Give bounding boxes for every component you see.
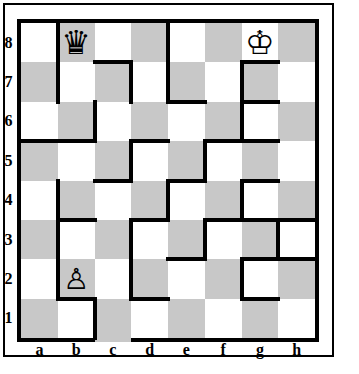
file-label-c: c <box>95 343 132 356</box>
maze-wall <box>93 297 97 340</box>
file-label-e: e <box>168 343 205 356</box>
rank-label-4: 4 <box>1 181 16 220</box>
maze-wall <box>166 100 207 104</box>
maze-wall <box>93 100 97 143</box>
maze-wall <box>240 60 244 103</box>
file-label-b: b <box>58 343 95 356</box>
maze-wall <box>56 179 60 222</box>
file-label-g: g <box>242 343 279 356</box>
maze-wall <box>240 100 244 143</box>
maze-wall <box>166 179 207 183</box>
maze-wall <box>240 139 281 143</box>
rank-label-1: 1 <box>1 299 16 338</box>
maze-wall <box>129 139 133 182</box>
rank-label-3: 3 <box>1 220 16 259</box>
maze-wall <box>240 218 281 222</box>
maze-wall <box>203 218 244 222</box>
maze-wall <box>166 60 170 103</box>
piece-white-pawn[interactable]: ♙ <box>58 259 95 298</box>
maze-wall <box>240 179 281 183</box>
maze-wall <box>129 297 170 301</box>
chess-maze-screenshot: ♛♔♙abcdefgh87654321 <box>0 0 359 374</box>
maze-wall <box>203 139 244 143</box>
piece-white-king[interactable]: ♔ <box>242 23 279 62</box>
maze-wall <box>276 218 280 261</box>
maze-wall <box>240 100 281 104</box>
maze-wall <box>166 21 170 64</box>
maze-wall <box>19 139 60 143</box>
maze-wall <box>166 257 207 261</box>
file-label-h: h <box>278 343 315 356</box>
maze-wall <box>129 257 133 300</box>
maze-wall <box>240 257 244 300</box>
file-label-a: a <box>21 343 58 356</box>
maze-wall <box>129 218 170 222</box>
maze-wall <box>129 139 170 143</box>
maze-wall <box>240 257 281 261</box>
file-label-f: f <box>205 343 242 356</box>
maze-wall <box>240 179 244 222</box>
rank-label-5: 5 <box>1 141 16 180</box>
maze-wall <box>203 218 207 261</box>
rank-label-6: 6 <box>1 102 16 141</box>
maze-wall <box>93 60 134 64</box>
rank-label-7: 7 <box>1 62 16 101</box>
rank-label-2: 2 <box>1 259 16 298</box>
maze-wall <box>56 218 97 222</box>
maze-wall <box>129 218 133 261</box>
maze-wall <box>56 139 97 143</box>
maze-wall <box>276 257 317 261</box>
maze-wall <box>203 139 207 182</box>
maze-wall <box>166 179 170 222</box>
maze-wall <box>276 218 317 222</box>
maze-wall <box>240 297 281 301</box>
file-label-d: d <box>131 343 168 356</box>
piece-black-queen[interactable]: ♛ <box>58 23 95 62</box>
maze-wall <box>129 60 133 103</box>
maze-wall <box>93 179 134 183</box>
rank-label-8: 8 <box>1 23 16 62</box>
maze-wall <box>56 60 60 103</box>
maze-wall <box>56 218 60 261</box>
